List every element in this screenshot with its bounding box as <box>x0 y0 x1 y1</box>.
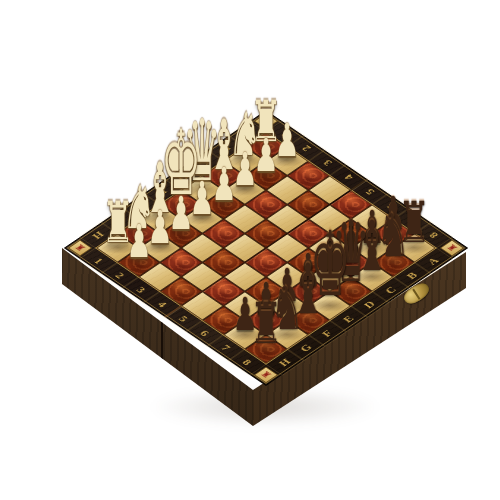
piece-glyph: ♟ <box>211 162 236 208</box>
pieces-layer: ♜♞♝♛♚♝♞♜♟♟♟♟♟♟♟♟♜♞♝♛♚♝♞♜♟♟♟♟♟♟♟♟ <box>0 0 500 500</box>
piece-glyph: ♜ <box>250 296 282 353</box>
piece-glyph: ♟ <box>190 177 215 223</box>
piece-glyph: ♟ <box>126 220 151 266</box>
chess-set-scene: AA11BB22CC33DD44EE55FF66GG77HH88♜♜♜♜ ♜♞♝… <box>0 0 500 500</box>
